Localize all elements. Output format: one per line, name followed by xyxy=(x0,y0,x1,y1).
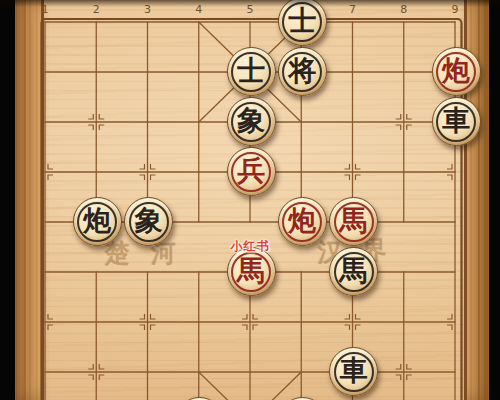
piece-red-cannon[interactable]: 炮 xyxy=(432,47,481,96)
piece-glyph: 馬 xyxy=(340,207,368,235)
xiangqi-app: 123456789 楚河汉界 士士将炮象車兵炮象炮馬馬馬車 小红书 xyxy=(0,0,500,400)
piece-glyph: 炮 xyxy=(288,207,316,235)
piece-black-chariot[interactable]: 車 xyxy=(329,347,378,396)
piece-black-horse[interactable]: 馬 xyxy=(329,247,378,296)
piece-red-cannon[interactable]: 炮 xyxy=(278,197,327,246)
piece-glyph: 馬 xyxy=(340,257,368,285)
piece-glyph: 象 xyxy=(237,107,265,135)
piece-black-advisor[interactable]: 士 xyxy=(227,47,276,96)
piece-glyph: 車 xyxy=(442,107,470,135)
piece-glyph: 馬 xyxy=(237,257,265,285)
piece-black-chariot[interactable]: 車 xyxy=(432,97,481,146)
piece-black-elephant[interactable]: 象 xyxy=(227,97,276,146)
piece-red-soldier[interactable]: 兵 xyxy=(227,147,276,196)
piece-glyph: 将 xyxy=(288,57,316,85)
piece-glyph: 車 xyxy=(340,357,368,385)
watermark-text: 小红书 xyxy=(231,238,270,255)
piece-glyph: 士 xyxy=(288,7,316,35)
piece-black-cannon[interactable]: 炮 xyxy=(73,197,122,246)
piece-red-horse[interactable]: 馬 xyxy=(329,197,378,246)
top-shadow xyxy=(0,0,500,7)
piece-glyph: 士 xyxy=(237,57,265,85)
piece-glyph: 象 xyxy=(135,207,163,235)
piece-black-elephant[interactable]: 象 xyxy=(124,197,173,246)
piece-glyph: 炮 xyxy=(83,207,111,235)
piece-black-general[interactable]: 将 xyxy=(278,47,327,96)
piece-glyph: 炮 xyxy=(442,57,470,85)
piece-glyph: 兵 xyxy=(237,157,265,185)
